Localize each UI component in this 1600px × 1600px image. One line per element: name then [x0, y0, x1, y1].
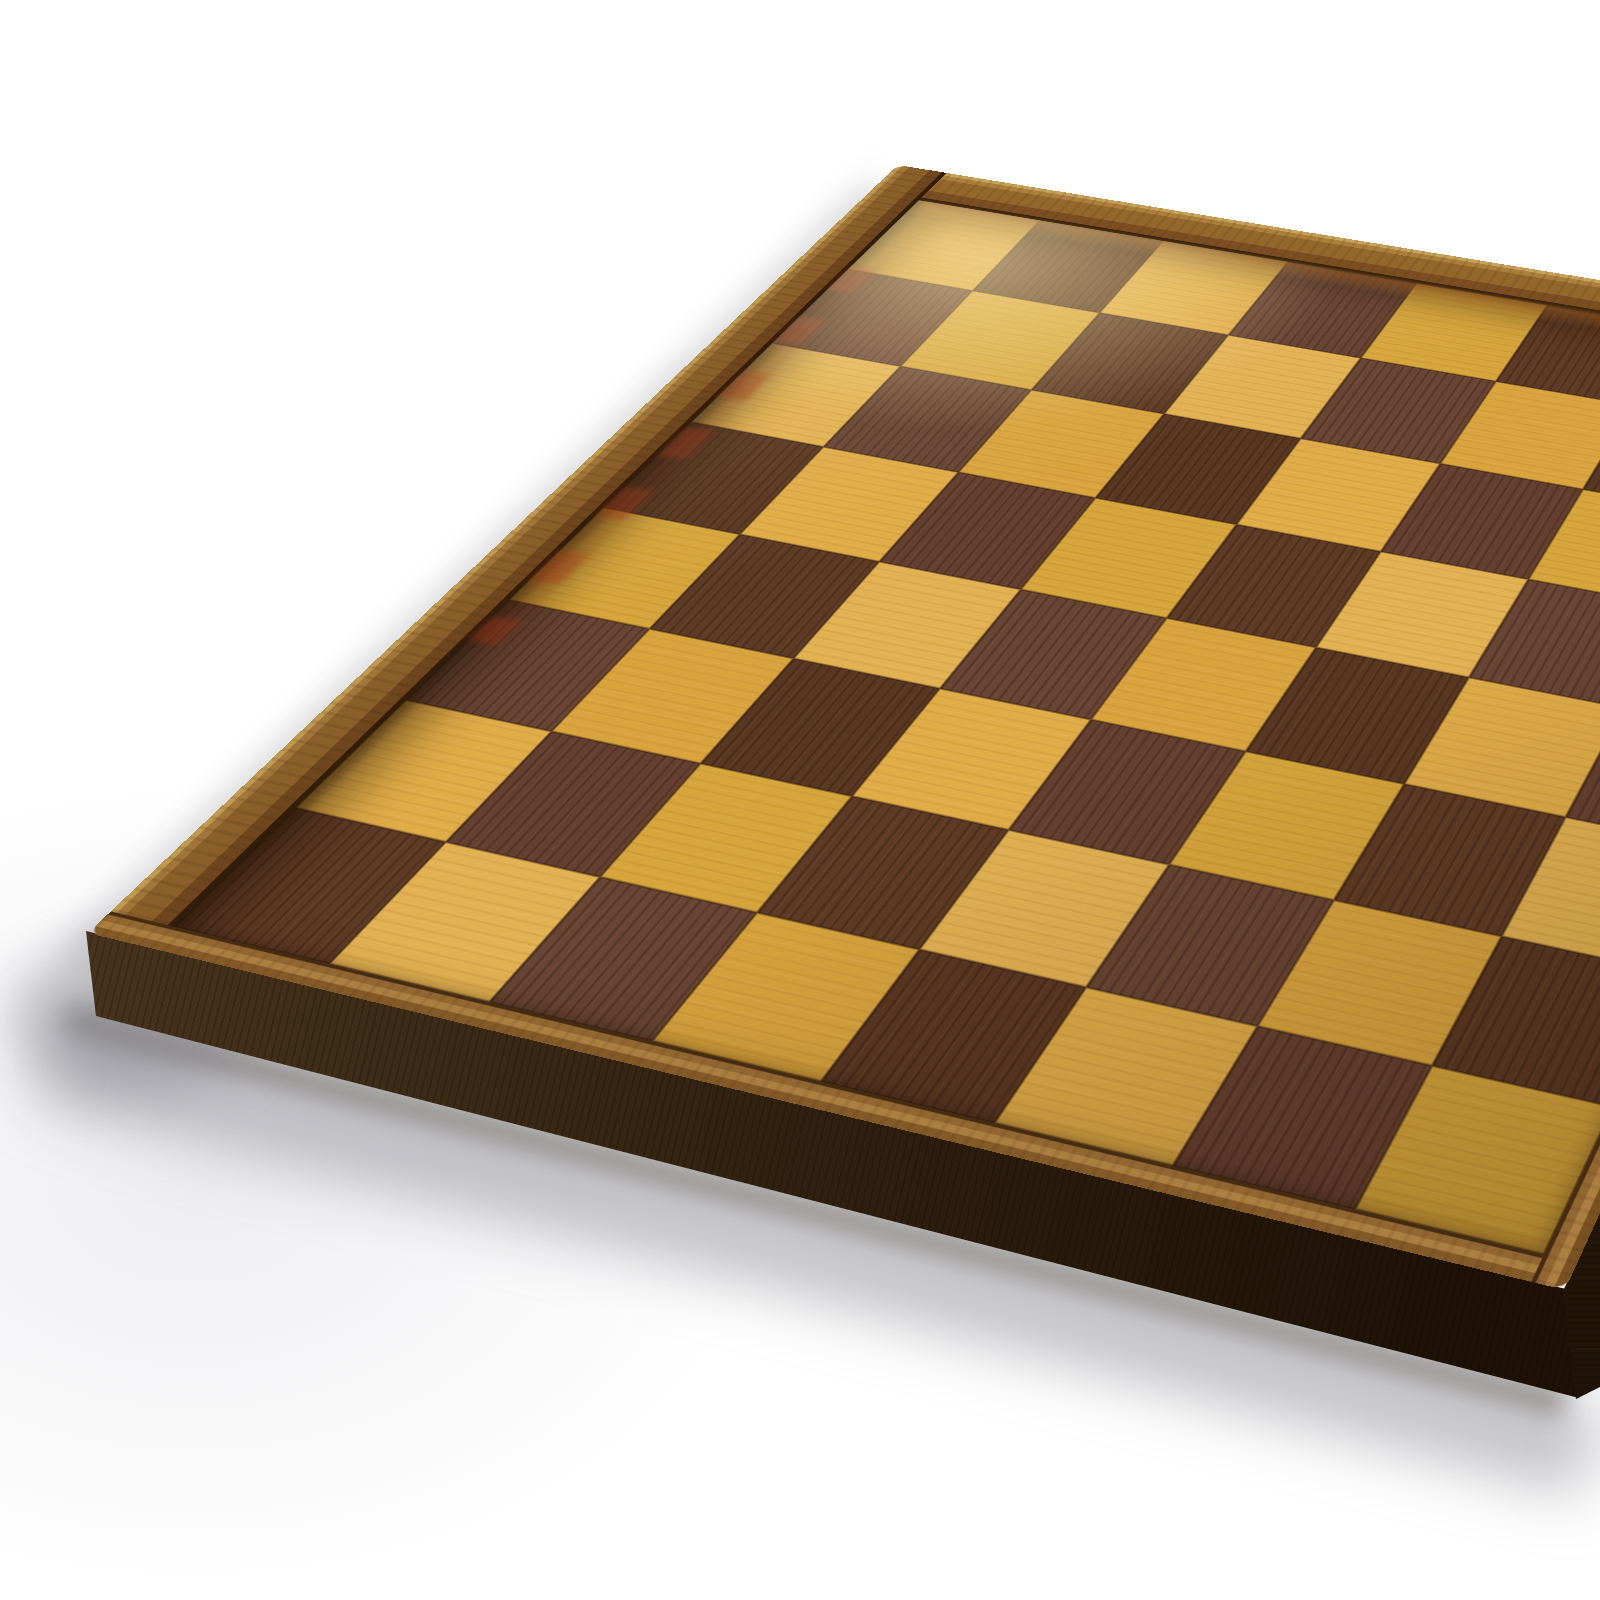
scene	[0, 0, 1600, 1600]
